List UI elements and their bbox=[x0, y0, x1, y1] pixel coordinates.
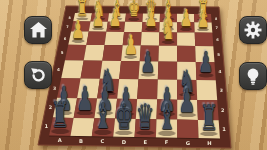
piece-black-pawn-h4[interactable]: ♟ bbox=[198, 49, 213, 78]
piece-black-king-d1[interactable]: ♚ bbox=[115, 99, 133, 134]
undo-icon bbox=[29, 66, 47, 84]
piece-black-rook-h1[interactable]: ♜ bbox=[200, 101, 218, 136]
chess-app-screen: ABCDEFGH1122334455667788 ♜♞♝♚♛♝♜♟♟♟♟♟♟♟♞… bbox=[0, 0, 267, 150]
piece-black-queen-e1[interactable]: ♛ bbox=[136, 100, 154, 135]
piece-white-pawn-e7[interactable]: ♟ bbox=[145, 7, 157, 31]
piece-black-pawn-g2[interactable]: ♟ bbox=[179, 84, 196, 117]
home-icon bbox=[30, 22, 47, 38]
piece-white-king-d8[interactable]: ♚ bbox=[128, 0, 140, 21]
piece-black-bishop-f1[interactable]: ♝ bbox=[157, 100, 175, 135]
piece-black-rook-a1[interactable]: ♜ bbox=[51, 98, 69, 133]
undo-button[interactable] bbox=[24, 61, 52, 89]
piece-black-bishop-c1[interactable]: ♝ bbox=[94, 99, 112, 134]
piece-white-pawn-d5[interactable]: ♟ bbox=[124, 32, 138, 59]
piece-white-pawn-a6[interactable]: ♟ bbox=[71, 18, 84, 43]
settings-button[interactable] bbox=[239, 16, 267, 44]
piece-white-knight-f6[interactable]: ♞ bbox=[162, 19, 175, 44]
piece-white-pawn-c7[interactable]: ♟ bbox=[109, 7, 121, 31]
hint-button[interactable] bbox=[239, 62, 267, 90]
piece-black-pawn-b2[interactable]: ♟ bbox=[76, 82, 93, 115]
piece-black-pawn-e4[interactable]: ♟ bbox=[141, 48, 156, 77]
lightbulb-icon bbox=[245, 67, 261, 85]
gear-icon bbox=[244, 21, 262, 39]
piece-white-pawn-g7[interactable]: ♟ bbox=[180, 8, 192, 32]
home-button[interactable] bbox=[24, 16, 52, 44]
piece-white-pawn-h7[interactable]: ♟ bbox=[197, 8, 209, 32]
piece-white-pawn-b7[interactable]: ♟ bbox=[92, 7, 104, 31]
